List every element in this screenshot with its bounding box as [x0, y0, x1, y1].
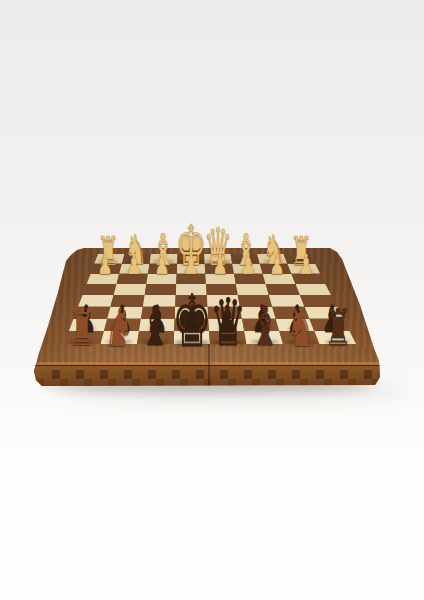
piece-bK-e8: ♚: [172, 285, 212, 357]
piece-bN-g8: ♞: [104, 301, 133, 354]
piece-wP-c2: ♟: [241, 250, 257, 278]
piece-wP-d2: ♟: [212, 250, 228, 278]
piece-wP-g2: ♟: [126, 250, 142, 278]
piece-bN-b8: ♞: [287, 301, 316, 354]
piece-bB-f8: ♝: [140, 299, 171, 354]
board-pieces-layer: ♜♞♝♚♛♝♞♜♟♟♟♟♟♟♟♟♟♟♟♟♟♟♟♟♜♞♝♚♛♝♞♜: [0, 0, 424, 600]
piece-wP-a2: ♟: [298, 250, 314, 278]
photo-background: chess ♜♞♝♚♛♝♞♜♟♟♟♟♟♟♟♟♟♟♟♟♟♟♟♟♜♞♝♚♛♝♞♜: [0, 0, 424, 600]
piece-bR-h8: ♜: [68, 303, 96, 353]
piece-wP-h2: ♟: [97, 250, 113, 278]
piece-bQ-d8: ♛: [210, 290, 247, 356]
piece-wP-f2: ♟: [155, 250, 171, 278]
piece-wP-b2: ♟: [269, 250, 285, 278]
piece-bB-c8: ♝: [250, 299, 281, 354]
piece-wP-e2: ♟: [183, 250, 199, 278]
piece-bR-a8: ♜: [324, 303, 352, 353]
